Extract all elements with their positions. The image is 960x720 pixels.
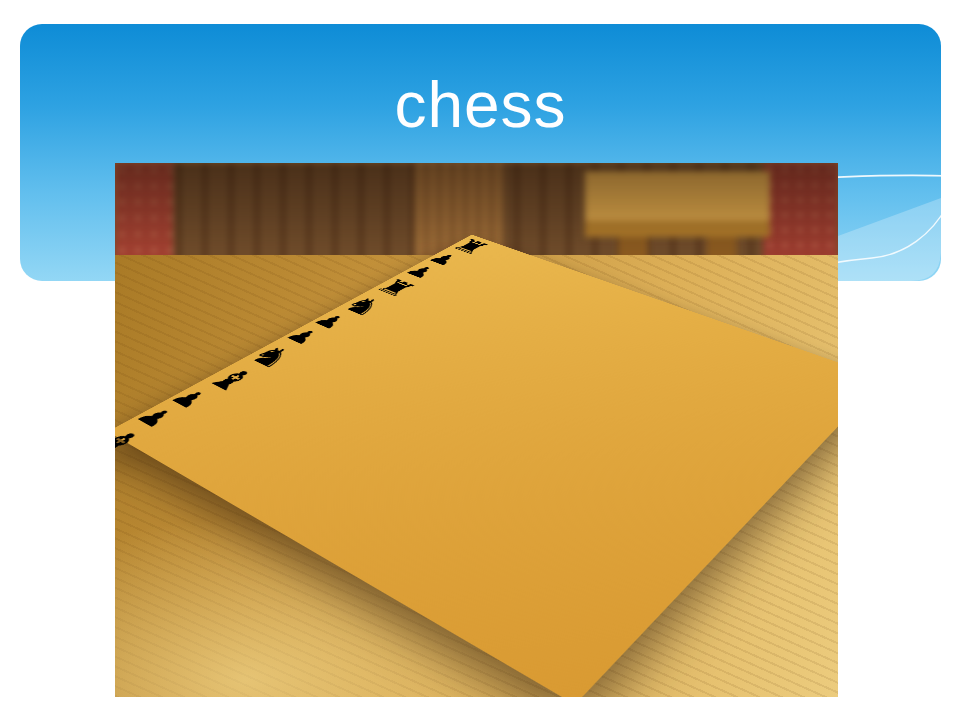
slide-title: chess — [20, 68, 941, 142]
slide: chess ♜♟♟♜♞♟♟♞♝♟♟♝♛♟♟♛♚♟♟♚♝♟♟♝♞♟♟♞♜♟♟♜ 8… — [0, 0, 960, 720]
chess-photo: ♜♟♟♜♞♟♟♞♝♟♟♝♛♟♟♛♚♟♟♚♝♟♟♝♞♟♟♞♜♟♟♜ 8765432… — [115, 163, 838, 697]
